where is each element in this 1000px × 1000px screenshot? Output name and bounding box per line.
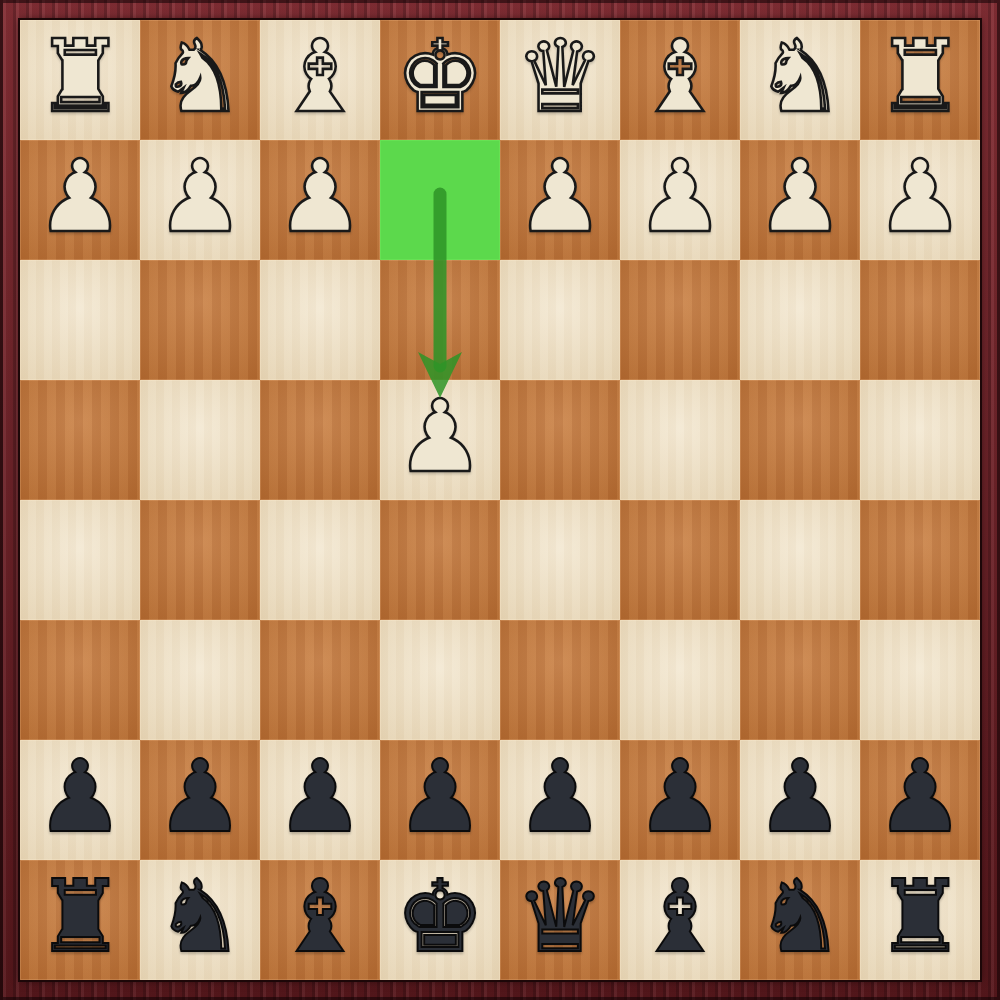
square-h1[interactable]: ♜︎ (20, 20, 140, 140)
white-pawn[interactable]: ♟︎ (755, 147, 845, 247)
square-c6[interactable] (620, 620, 740, 740)
white-pawn[interactable]: ♟︎ (275, 147, 365, 247)
square-c2[interactable]: ♟︎ (620, 140, 740, 260)
black-bishop[interactable]: ♝︎ (275, 867, 365, 967)
square-b6[interactable] (740, 620, 860, 740)
black-pawn[interactable]: ♟︎ (155, 747, 245, 847)
white-bishop[interactable]: ♝︎ (275, 27, 365, 127)
black-pawn[interactable]: ♟︎ (395, 747, 485, 847)
square-h6[interactable] (20, 620, 140, 740)
square-h7[interactable]: ♟︎ (20, 740, 140, 860)
square-d8[interactable]: ♛︎ (500, 860, 620, 980)
square-d1[interactable]: ♛︎ (500, 20, 620, 140)
square-b3[interactable] (740, 260, 860, 380)
square-e5[interactable] (380, 500, 500, 620)
square-b8[interactable]: ♞︎ (740, 860, 860, 980)
square-d2[interactable]: ♟︎ (500, 140, 620, 260)
square-a7[interactable]: ♟︎ (860, 740, 980, 860)
square-e8[interactable]: ♚︎ (380, 860, 500, 980)
square-g1[interactable]: ♞︎ (140, 20, 260, 140)
white-pawn[interactable]: ♟︎ (35, 147, 125, 247)
white-pawn[interactable]: ♟︎ (155, 147, 245, 247)
square-d4[interactable] (500, 380, 620, 500)
square-g4[interactable] (140, 380, 260, 500)
square-g6[interactable] (140, 620, 260, 740)
square-c3[interactable] (620, 260, 740, 380)
square-e4[interactable]: ♟︎ (380, 380, 500, 500)
square-a3[interactable] (860, 260, 980, 380)
square-e7[interactable]: ♟︎ (380, 740, 500, 860)
square-f8[interactable]: ♝︎ (260, 860, 380, 980)
black-rook[interactable]: ♜︎ (35, 867, 125, 967)
square-a5[interactable] (860, 500, 980, 620)
black-pawn[interactable]: ♟︎ (755, 747, 845, 847)
square-g2[interactable]: ♟︎ (140, 140, 260, 260)
square-a4[interactable] (860, 380, 980, 500)
white-pawn[interactable]: ♟︎ (875, 147, 965, 247)
square-e6[interactable] (380, 620, 500, 740)
square-f7[interactable]: ♟︎ (260, 740, 380, 860)
square-b7[interactable]: ♟︎ (740, 740, 860, 860)
square-f4[interactable] (260, 380, 380, 500)
square-e1[interactable]: ♚︎ (380, 20, 500, 140)
white-rook[interactable]: ♜︎ (35, 27, 125, 127)
black-knight[interactable]: ♞︎ (155, 867, 245, 967)
square-b5[interactable] (740, 500, 860, 620)
black-king[interactable]: ♚︎ (395, 867, 485, 967)
square-b2[interactable]: ♟︎ (740, 140, 860, 260)
square-h2[interactable]: ♟︎ (20, 140, 140, 260)
white-bishop[interactable]: ♝︎ (635, 27, 725, 127)
black-pawn[interactable]: ♟︎ (515, 747, 605, 847)
square-a2[interactable]: ♟︎ (860, 140, 980, 260)
black-pawn[interactable]: ♟︎ (275, 747, 365, 847)
square-g8[interactable]: ♞︎ (140, 860, 260, 980)
square-d3[interactable] (500, 260, 620, 380)
square-d7[interactable]: ♟︎ (500, 740, 620, 860)
black-queen[interactable]: ♛︎ (515, 867, 605, 967)
square-h3[interactable] (20, 260, 140, 380)
black-pawn[interactable]: ♟︎ (875, 747, 965, 847)
square-h4[interactable] (20, 380, 140, 500)
square-c8[interactable]: ♝︎ (620, 860, 740, 980)
black-pawn[interactable]: ♟︎ (635, 747, 725, 847)
white-rook[interactable]: ♜︎ (875, 27, 965, 127)
square-e3[interactable] (380, 260, 500, 380)
square-g3[interactable] (140, 260, 260, 380)
square-g5[interactable] (140, 500, 260, 620)
white-knight[interactable]: ♞︎ (155, 27, 245, 127)
square-c1[interactable]: ♝︎ (620, 20, 740, 140)
square-f3[interactable] (260, 260, 380, 380)
white-king[interactable]: ♚︎ (395, 27, 485, 127)
square-a8[interactable]: ♜︎ (860, 860, 980, 980)
square-h5[interactable] (20, 500, 140, 620)
black-bishop[interactable]: ♝︎ (635, 867, 725, 967)
white-queen[interactable]: ♛︎ (515, 27, 605, 127)
black-knight[interactable]: ♞︎ (755, 867, 845, 967)
square-f5[interactable] (260, 500, 380, 620)
square-f6[interactable] (260, 620, 380, 740)
chess-board: ♜︎♞︎♝︎♚︎♛︎♝︎♞︎♜︎♟︎♟︎♟︎♟︎♟︎♟︎♟︎♟︎♟︎♟︎♟︎♟︎… (20, 20, 980, 980)
square-c7[interactable]: ♟︎ (620, 740, 740, 860)
chess-board-frame: ♜︎♞︎♝︎♚︎♛︎♝︎♞︎♜︎♟︎♟︎♟︎♟︎♟︎♟︎♟︎♟︎♟︎♟︎♟︎♟︎… (0, 0, 1000, 1000)
square-a6[interactable] (860, 620, 980, 740)
square-d6[interactable] (500, 620, 620, 740)
square-d5[interactable] (500, 500, 620, 620)
white-pawn[interactable]: ♟︎ (395, 387, 485, 487)
black-pawn[interactable]: ♟︎ (35, 747, 125, 847)
white-pawn[interactable]: ♟︎ (515, 147, 605, 247)
square-g7[interactable]: ♟︎ (140, 740, 260, 860)
square-c5[interactable] (620, 500, 740, 620)
square-b1[interactable]: ♞︎ (740, 20, 860, 140)
square-b4[interactable] (740, 380, 860, 500)
square-c4[interactable] (620, 380, 740, 500)
white-knight[interactable]: ♞︎ (755, 27, 845, 127)
square-f1[interactable]: ♝︎ (260, 20, 380, 140)
square-h8[interactable]: ♜︎ (20, 860, 140, 980)
square-f2[interactable]: ♟︎ (260, 140, 380, 260)
square-e2[interactable] (380, 140, 500, 260)
white-pawn[interactable]: ♟︎ (635, 147, 725, 247)
black-rook[interactable]: ♜︎ (875, 867, 965, 967)
square-a1[interactable]: ♜︎ (860, 20, 980, 140)
